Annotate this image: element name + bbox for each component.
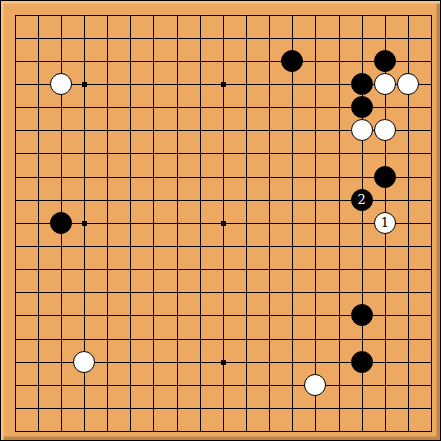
- black-stone[interactable]: [351, 351, 373, 373]
- white-stone[interactable]: [397, 73, 419, 95]
- white-stone[interactable]: [374, 73, 396, 95]
- black-stone[interactable]: [351, 304, 373, 326]
- star-point: [221, 221, 226, 226]
- grid-line-vertical: [292, 15, 293, 433]
- stone-move-number: 1: [381, 216, 389, 229]
- white-stone-move-1[interactable]: 1: [374, 212, 396, 234]
- grid-line-vertical: [269, 15, 270, 433]
- black-stone[interactable]: [281, 50, 303, 72]
- star-point: [82, 82, 87, 87]
- white-stone[interactable]: [351, 119, 373, 141]
- go-diagram: 21: [0, 0, 441, 441]
- grid-line-vertical: [315, 15, 316, 433]
- white-stone[interactable]: [50, 73, 72, 95]
- grid-line-horizontal: [15, 269, 433, 270]
- star-point: [221, 82, 226, 87]
- grid-line-vertical: [246, 15, 247, 433]
- black-stone[interactable]: [374, 166, 396, 188]
- grid-line-horizontal: [15, 431, 433, 432]
- go-board[interactable]: 21: [0, 0, 441, 441]
- grid-line-vertical: [339, 15, 340, 433]
- white-stone[interactable]: [374, 119, 396, 141]
- black-stone-move-2[interactable]: 2: [351, 189, 373, 211]
- black-stone[interactable]: [374, 50, 396, 72]
- black-stone[interactable]: [50, 212, 72, 234]
- stone-move-number: 2: [358, 193, 366, 206]
- grid-line-horizontal: [15, 385, 433, 386]
- star-point: [82, 221, 87, 226]
- white-stone[interactable]: [73, 351, 95, 373]
- grid-line-horizontal: [15, 292, 433, 293]
- grid-line-vertical: [431, 15, 432, 433]
- grid-line-horizontal: [15, 246, 433, 247]
- grid-line-horizontal: [15, 339, 433, 340]
- white-stone[interactable]: [304, 374, 326, 396]
- black-stone[interactable]: [351, 73, 373, 95]
- black-stone[interactable]: [351, 96, 373, 118]
- grid-line-horizontal: [15, 408, 433, 409]
- star-point: [221, 360, 226, 365]
